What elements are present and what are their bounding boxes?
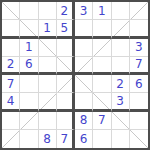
given-digit: 2 [116, 78, 124, 90]
cell-r6c7[interactable]: 3 [112, 93, 130, 111]
cell-r2c2[interactable] [20, 20, 38, 38]
cell-r1c7[interactable] [112, 2, 130, 20]
cell-r4c7[interactable] [112, 57, 130, 75]
given-digit: 7 [98, 114, 106, 126]
cell-r5c7[interactable]: 2 [112, 75, 130, 93]
given-digit: 2 [7, 58, 15, 70]
cell-r7c7[interactable] [112, 112, 130, 130]
cell-r7c6[interactable]: 7 [93, 112, 111, 130]
cell-r8c4[interactable]: 7 [57, 130, 75, 148]
cell-r6c5[interactable] [75, 93, 93, 111]
cell-r4c4[interactable] [57, 57, 75, 75]
cell-r5c8[interactable]: 6 [130, 75, 148, 93]
cell-r6c1[interactable]: 4 [2, 93, 20, 111]
cell-r6c4[interactable] [57, 93, 75, 111]
cell-r4c3[interactable] [39, 57, 57, 75]
sudoku-grid: 23115132677264387876 [2, 2, 148, 148]
given-digit: 6 [80, 133, 88, 145]
cell-r2c5[interactable] [75, 20, 93, 38]
given-digit: 3 [135, 41, 143, 53]
cell-r3c1[interactable] [2, 39, 20, 57]
cell-r7c4[interactable] [57, 112, 75, 130]
given-digit: 7 [7, 78, 15, 90]
given-digit: 6 [25, 58, 33, 70]
cell-r6c6[interactable] [93, 93, 111, 111]
given-digit: 4 [7, 95, 15, 107]
cell-r7c3[interactable] [39, 112, 57, 130]
cell-r5c3[interactable] [39, 75, 57, 93]
given-digit: 3 [116, 95, 124, 107]
cell-r2c1[interactable] [2, 20, 20, 38]
cell-r5c1[interactable]: 7 [2, 75, 20, 93]
given-digit: 7 [135, 58, 143, 70]
given-digit: 8 [80, 114, 88, 126]
cell-r6c3[interactable] [39, 93, 57, 111]
cell-r7c2[interactable] [20, 112, 38, 130]
cell-r3c4[interactable] [57, 39, 75, 57]
given-digit: 1 [25, 41, 33, 53]
cell-r5c6[interactable] [93, 75, 111, 93]
given-digit: 3 [80, 5, 88, 17]
cell-r1c3[interactable] [39, 2, 57, 20]
cell-r1c4[interactable]: 2 [57, 2, 75, 20]
cell-r6c8[interactable] [130, 93, 148, 111]
cell-r3c8[interactable]: 3 [130, 39, 148, 57]
cell-r4c6[interactable] [93, 57, 111, 75]
cell-r5c2[interactable] [20, 75, 38, 93]
cell-r3c5[interactable] [75, 39, 93, 57]
cell-r4c5[interactable] [75, 57, 93, 75]
cell-r8c3[interactable]: 8 [39, 130, 57, 148]
cell-r2c7[interactable] [112, 20, 130, 38]
cell-r7c8[interactable] [130, 112, 148, 130]
cell-r3c3[interactable] [39, 39, 57, 57]
cell-r1c5[interactable]: 3 [75, 2, 93, 20]
cell-r4c8[interactable]: 7 [130, 57, 148, 75]
cell-r6c2[interactable] [20, 93, 38, 111]
given-digit: 1 [43, 22, 51, 34]
cell-r5c4[interactable] [57, 75, 75, 93]
given-digit: 8 [43, 133, 51, 145]
given-digit: 1 [98, 5, 106, 17]
cell-r8c1[interactable] [2, 130, 20, 148]
cell-r8c6[interactable] [93, 130, 111, 148]
cell-r5c5[interactable] [75, 75, 93, 93]
cell-r7c1[interactable] [2, 112, 20, 130]
cell-r4c1[interactable]: 2 [2, 57, 20, 75]
cell-r3c7[interactable] [112, 39, 130, 57]
cell-r2c3[interactable]: 1 [39, 20, 57, 38]
cell-r8c2[interactable] [20, 130, 38, 148]
cell-r4c2[interactable]: 6 [20, 57, 38, 75]
cell-r2c6[interactable] [93, 20, 111, 38]
cell-r8c7[interactable] [112, 130, 130, 148]
cell-r2c8[interactable] [130, 20, 148, 38]
cell-r1c6[interactable]: 1 [93, 2, 111, 20]
cell-r1c2[interactable] [20, 2, 38, 20]
cell-r3c2[interactable]: 1 [20, 39, 38, 57]
cell-r3c6[interactable] [93, 39, 111, 57]
cell-r7c5[interactable]: 8 [75, 112, 93, 130]
cell-r8c5[interactable]: 6 [75, 130, 93, 148]
given-digit: 7 [61, 133, 69, 145]
cell-r2c4[interactable]: 5 [57, 20, 75, 38]
cell-r8c8[interactable] [130, 130, 148, 148]
cell-r1c8[interactable] [130, 2, 148, 20]
given-digit: 2 [61, 5, 69, 17]
sudoku-board: 23115132677264387876 [0, 0, 150, 150]
given-digit: 6 [135, 78, 143, 90]
cell-r1c1[interactable] [2, 2, 20, 20]
given-digit: 5 [61, 22, 69, 34]
